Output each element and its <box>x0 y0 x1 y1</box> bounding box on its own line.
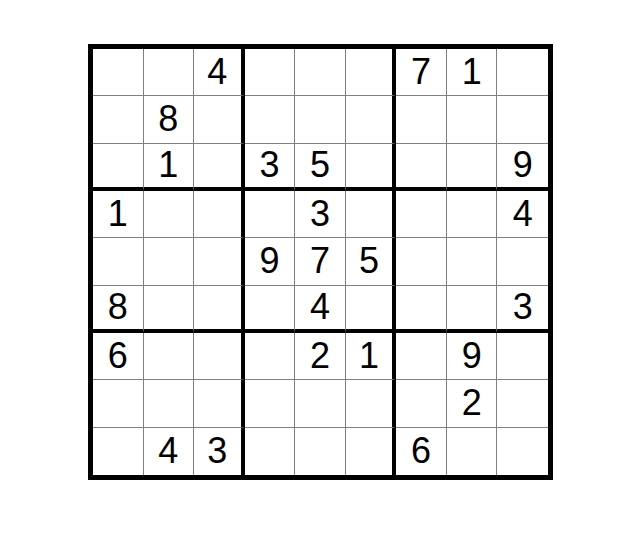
cell-r4c1[interactable]: 1 <box>93 191 144 238</box>
cell-r3c7[interactable] <box>396 144 447 191</box>
cell-r7c2[interactable] <box>144 333 195 380</box>
cell-r6c9[interactable]: 3 <box>497 286 548 333</box>
cell-r4c5[interactable]: 3 <box>295 191 346 238</box>
cell-r6c4[interactable] <box>245 286 296 333</box>
cell-r6c6[interactable] <box>346 286 397 333</box>
cell-r3c3[interactable] <box>194 144 245 191</box>
cell-r4c8[interactable] <box>447 191 498 238</box>
cell-r7c6[interactable]: 1 <box>346 333 397 380</box>
cell-r6c5[interactable]: 4 <box>295 286 346 333</box>
cell-r5c4[interactable]: 9 <box>245 238 296 285</box>
cell-r3c1[interactable] <box>93 144 144 191</box>
cell-r1c9[interactable] <box>497 49 548 96</box>
cell-r9c4[interactable] <box>245 428 296 475</box>
cell-r1c8[interactable]: 1 <box>447 49 498 96</box>
cell-r1c4[interactable] <box>245 49 296 96</box>
cell-r5c6[interactable]: 5 <box>346 238 397 285</box>
cell-r6c1[interactable]: 8 <box>93 286 144 333</box>
cell-r4c9[interactable]: 4 <box>497 191 548 238</box>
cell-r3c4[interactable]: 3 <box>245 144 296 191</box>
cell-r8c1[interactable] <box>93 380 144 427</box>
cell-r9c8[interactable] <box>447 428 498 475</box>
sudoku-board: 4718135913497584362192436 <box>88 44 553 480</box>
cell-r6c7[interactable] <box>396 286 447 333</box>
cell-r8c8[interactable]: 2 <box>447 380 498 427</box>
cell-r5c7[interactable] <box>396 238 447 285</box>
cell-r9c2[interactable]: 4 <box>144 428 195 475</box>
cell-r2c9[interactable] <box>497 96 548 143</box>
cell-r9c6[interactable] <box>346 428 397 475</box>
cell-r3c2[interactable]: 1 <box>144 144 195 191</box>
cell-r7c4[interactable] <box>245 333 296 380</box>
cell-r7c8[interactable]: 9 <box>447 333 498 380</box>
cell-r3c5[interactable]: 5 <box>295 144 346 191</box>
cell-r9c7[interactable]: 6 <box>396 428 447 475</box>
cell-r5c2[interactable] <box>144 238 195 285</box>
cell-r5c9[interactable] <box>497 238 548 285</box>
cell-r7c3[interactable] <box>194 333 245 380</box>
cell-r3c9[interactable]: 9 <box>497 144 548 191</box>
cell-r8c6[interactable] <box>346 380 397 427</box>
cell-r8c2[interactable] <box>144 380 195 427</box>
cell-r6c8[interactable] <box>447 286 498 333</box>
cell-r6c2[interactable] <box>144 286 195 333</box>
cell-r3c6[interactable] <box>346 144 397 191</box>
cell-r4c6[interactable] <box>346 191 397 238</box>
cell-r1c5[interactable] <box>295 49 346 96</box>
cell-r9c5[interactable] <box>295 428 346 475</box>
cell-r1c7[interactable]: 7 <box>396 49 447 96</box>
cell-r7c5[interactable]: 2 <box>295 333 346 380</box>
cell-r8c3[interactable] <box>194 380 245 427</box>
cell-r2c7[interactable] <box>396 96 447 143</box>
cell-r4c4[interactable] <box>245 191 296 238</box>
cell-r9c1[interactable] <box>93 428 144 475</box>
cell-r9c3[interactable]: 3 <box>194 428 245 475</box>
cell-r2c5[interactable] <box>295 96 346 143</box>
cell-r2c6[interactable] <box>346 96 397 143</box>
cell-r5c8[interactable] <box>447 238 498 285</box>
cell-r8c9[interactable] <box>497 380 548 427</box>
cell-r2c4[interactable] <box>245 96 296 143</box>
cell-r2c2[interactable]: 8 <box>144 96 195 143</box>
cell-r2c3[interactable] <box>194 96 245 143</box>
cell-r1c1[interactable] <box>93 49 144 96</box>
cell-r1c3[interactable]: 4 <box>194 49 245 96</box>
cell-r8c7[interactable] <box>396 380 447 427</box>
cell-r7c7[interactable] <box>396 333 447 380</box>
cell-r5c1[interactable] <box>93 238 144 285</box>
cell-r2c1[interactable] <box>93 96 144 143</box>
cell-r5c3[interactable] <box>194 238 245 285</box>
cell-r8c4[interactable] <box>245 380 296 427</box>
cell-r7c9[interactable] <box>497 333 548 380</box>
cell-r2c8[interactable] <box>447 96 498 143</box>
cell-r7c1[interactable]: 6 <box>93 333 144 380</box>
cell-r4c2[interactable] <box>144 191 195 238</box>
sudoku-grid: 4718135913497584362192436 <box>93 49 548 475</box>
cell-r9c9[interactable] <box>497 428 548 475</box>
cell-r1c2[interactable] <box>144 49 195 96</box>
cell-r1c6[interactable] <box>346 49 397 96</box>
cell-r4c7[interactable] <box>396 191 447 238</box>
cell-r8c5[interactable] <box>295 380 346 427</box>
cell-r6c3[interactable] <box>194 286 245 333</box>
cell-r5c5[interactable]: 7 <box>295 238 346 285</box>
cell-r4c3[interactable] <box>194 191 245 238</box>
cell-r3c8[interactable] <box>447 144 498 191</box>
